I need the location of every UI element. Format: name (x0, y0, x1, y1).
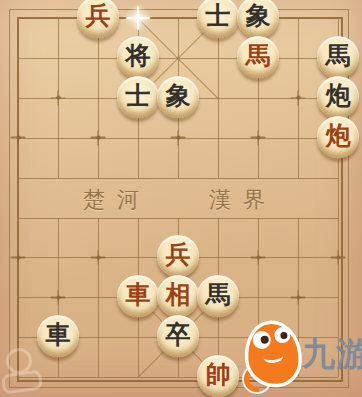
point-marker (51, 290, 66, 305)
piece-character: 馬 (326, 43, 351, 68)
piece-black-advisor[interactable]: 士 (117, 76, 159, 118)
piece-red-general[interactable]: 帥 (197, 355, 239, 397)
sparkle-icon (123, 3, 153, 33)
mascot-left-eye (252, 330, 272, 350)
point-marker (11, 130, 26, 145)
piece-character: 士 (126, 83, 151, 108)
grid-line (98, 18, 99, 178)
mascot-smile (263, 349, 284, 364)
point-marker (91, 130, 106, 145)
piece-character: 車 (46, 322, 71, 347)
piece-character: 象 (166, 83, 191, 108)
point-marker (91, 250, 106, 265)
piece-red-horse[interactable]: 馬 (237, 36, 279, 78)
point-marker (251, 130, 266, 145)
piece-red-elephant[interactable]: 相 (157, 275, 199, 317)
river-label-chu-he: 楚河 (83, 185, 151, 215)
piece-character: 士 (206, 3, 231, 28)
piece-red-pawn[interactable]: 兵 (157, 236, 199, 278)
piece-character: 兵 (166, 243, 191, 268)
piece-red-cannon[interactable]: 炮 (317, 116, 359, 158)
piece-black-horse[interactable]: 馬 (317, 36, 359, 78)
point-marker (331, 250, 346, 265)
piece-character: 帥 (206, 362, 231, 387)
piece-character: 卒 (166, 322, 191, 347)
piece-character: 相 (166, 282, 191, 307)
piece-black-elephant[interactable]: 象 (157, 76, 199, 118)
jiuyou-watermark: 九游 (240, 318, 362, 394)
river-label-han-jie: 漢界 (209, 185, 277, 215)
piece-black-general[interactable]: 将 (117, 36, 159, 78)
watermark-text: 九游 (302, 332, 362, 377)
piece-character: 車 (126, 282, 151, 307)
piece-black-pawn[interactable]: 卒 (157, 315, 199, 357)
piece-black-horse[interactable]: 馬 (197, 275, 239, 317)
grid-line (18, 178, 338, 179)
point-marker (171, 130, 186, 145)
piece-character: 炮 (326, 83, 351, 108)
grid-line (18, 18, 19, 377)
piece-character: 馬 (246, 43, 271, 68)
piece-red-chariot[interactable]: 車 (117, 275, 159, 317)
grid-line (98, 218, 99, 378)
point-marker (11, 250, 26, 265)
piece-character: 馬 (206, 282, 231, 307)
piece-black-cannon[interactable]: 炮 (317, 76, 359, 118)
piece-character: 炮 (326, 123, 351, 148)
piece-character: 兵 (86, 3, 111, 28)
point-marker (251, 250, 266, 265)
corner-watermark (0, 340, 46, 397)
piece-character: 将 (126, 43, 151, 68)
point-marker (291, 290, 306, 305)
point-marker (291, 90, 306, 105)
mascot-right-eye (274, 326, 291, 343)
piece-character: 象 (246, 3, 271, 28)
xiangqi-board: 楚河 漢界 兵士象将馬馬士象炮炮兵車相馬車卒帥 九游 (0, 0, 362, 397)
point-marker (51, 90, 66, 105)
